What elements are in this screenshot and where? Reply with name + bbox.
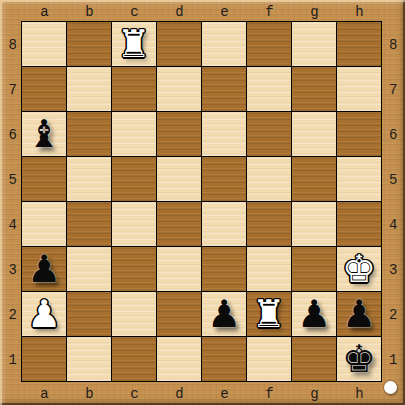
black-bishop[interactable]: ♝	[27, 112, 61, 156]
square-f4[interactable]	[247, 202, 291, 246]
square-h1[interactable]: ♚	[337, 337, 381, 381]
square-d7[interactable]	[157, 67, 201, 111]
square-a6[interactable]: ♝	[22, 112, 66, 156]
coordinate-label-1: 1	[0, 337, 21, 382]
square-f2[interactable]: ♜	[247, 292, 291, 336]
chess-board-frame: abcdefgh abcdefgh 87654321 87654321 ♜♝♟♚…	[0, 0, 405, 405]
coordinate-label-3: 3	[383, 247, 405, 292]
white-king[interactable]: ♚	[342, 247, 376, 291]
square-a4[interactable]	[22, 202, 66, 246]
white-rook[interactable]: ♜	[252, 292, 286, 336]
side-to-move-indicator	[384, 381, 397, 394]
square-b7[interactable]	[67, 67, 111, 111]
square-g8[interactable]	[292, 22, 336, 66]
square-c3[interactable]	[112, 247, 156, 291]
coordinate-label-e: e	[202, 0, 247, 21]
square-b3[interactable]	[67, 247, 111, 291]
square-d4[interactable]	[157, 202, 201, 246]
square-f8[interactable]	[247, 22, 291, 66]
square-f5[interactable]	[247, 157, 291, 201]
square-g6[interactable]	[292, 112, 336, 156]
coordinate-label-f: f	[247, 383, 292, 405]
square-c4[interactable]	[112, 202, 156, 246]
square-h8[interactable]	[337, 22, 381, 66]
coordinate-label-7: 7	[383, 67, 405, 112]
square-e2[interactable]: ♟	[202, 292, 246, 336]
square-h7[interactable]	[337, 67, 381, 111]
coordinate-label-h: h	[337, 0, 382, 21]
coordinate-label-e: e	[202, 383, 247, 405]
square-c2[interactable]	[112, 292, 156, 336]
coordinate-label-g: g	[292, 383, 337, 405]
square-e1[interactable]	[202, 337, 246, 381]
square-h4[interactable]	[337, 202, 381, 246]
square-d2[interactable]	[157, 292, 201, 336]
square-a1[interactable]	[22, 337, 66, 381]
square-h5[interactable]	[337, 157, 381, 201]
square-e8[interactable]	[202, 22, 246, 66]
square-f7[interactable]	[247, 67, 291, 111]
square-d3[interactable]	[157, 247, 201, 291]
coordinate-label-7: 7	[0, 67, 21, 112]
white-pawn[interactable]: ♟	[27, 292, 61, 336]
square-b6[interactable]	[67, 112, 111, 156]
coordinate-label-b: b	[67, 383, 112, 405]
square-d5[interactable]	[157, 157, 201, 201]
square-b2[interactable]	[67, 292, 111, 336]
square-e4[interactable]	[202, 202, 246, 246]
coordinate-label-d: d	[157, 383, 202, 405]
square-d1[interactable]	[157, 337, 201, 381]
square-a7[interactable]	[22, 67, 66, 111]
coordinate-label-c: c	[112, 0, 157, 21]
coordinate-label-8: 8	[0, 22, 21, 67]
square-b4[interactable]	[67, 202, 111, 246]
square-e7[interactable]	[202, 67, 246, 111]
square-b1[interactable]	[67, 337, 111, 381]
square-g7[interactable]	[292, 67, 336, 111]
chess-board: ♜♝♟♚♟♟♜♟♟♚	[21, 21, 382, 382]
coordinate-label-4: 4	[383, 202, 405, 247]
square-g1[interactable]	[292, 337, 336, 381]
file-labels-top: abcdefgh	[22, 0, 382, 21]
square-b5[interactable]	[67, 157, 111, 201]
square-g5[interactable]	[292, 157, 336, 201]
square-f3[interactable]	[247, 247, 291, 291]
black-king[interactable]: ♚	[342, 337, 376, 381]
coordinate-label-6: 6	[0, 112, 21, 157]
coordinate-label-a: a	[22, 0, 67, 21]
black-pawn[interactable]: ♟	[342, 292, 376, 336]
square-f6[interactable]	[247, 112, 291, 156]
coordinate-label-6: 6	[383, 112, 405, 157]
square-a5[interactable]	[22, 157, 66, 201]
black-pawn[interactable]: ♟	[27, 247, 61, 291]
coordinate-label-b: b	[67, 0, 112, 21]
square-a8[interactable]	[22, 22, 66, 66]
coordinate-label-2: 2	[383, 292, 405, 337]
square-c8[interactable]: ♜	[112, 22, 156, 66]
coordinate-label-5: 5	[0, 157, 21, 202]
black-pawn[interactable]: ♟	[297, 292, 331, 336]
square-h2[interactable]: ♟	[337, 292, 381, 336]
black-pawn[interactable]: ♟	[207, 292, 241, 336]
coordinate-label-8: 8	[383, 22, 405, 67]
square-c7[interactable]	[112, 67, 156, 111]
coordinate-label-g: g	[292, 0, 337, 21]
rank-labels-right: 87654321	[383, 22, 405, 382]
coordinate-label-a: a	[22, 383, 67, 405]
coordinate-label-3: 3	[0, 247, 21, 292]
square-a2[interactable]: ♟	[22, 292, 66, 336]
coordinate-label-d: d	[157, 0, 202, 21]
square-g4[interactable]	[292, 202, 336, 246]
square-f1[interactable]	[247, 337, 291, 381]
square-a3[interactable]: ♟	[22, 247, 66, 291]
square-d8[interactable]	[157, 22, 201, 66]
square-h3[interactable]: ♚	[337, 247, 381, 291]
coordinate-label-4: 4	[0, 202, 21, 247]
coordinate-label-2: 2	[0, 292, 21, 337]
white-rook[interactable]: ♜	[117, 22, 151, 66]
square-g3[interactable]	[292, 247, 336, 291]
square-g2[interactable]: ♟	[292, 292, 336, 336]
square-c6[interactable]	[112, 112, 156, 156]
square-e6[interactable]	[202, 112, 246, 156]
square-d6[interactable]	[157, 112, 201, 156]
square-e5[interactable]	[202, 157, 246, 201]
coordinate-label-1: 1	[383, 337, 405, 382]
square-e3[interactable]	[202, 247, 246, 291]
coordinate-label-f: f	[247, 0, 292, 21]
coordinate-label-c: c	[112, 383, 157, 405]
square-c1[interactable]	[112, 337, 156, 381]
rank-labels-left: 87654321	[0, 22, 21, 382]
square-h6[interactable]	[337, 112, 381, 156]
file-labels-bottom: abcdefgh	[22, 383, 382, 405]
square-b8[interactable]	[67, 22, 111, 66]
square-c5[interactable]	[112, 157, 156, 201]
coordinate-label-h: h	[337, 383, 382, 405]
coordinate-label-5: 5	[383, 157, 405, 202]
